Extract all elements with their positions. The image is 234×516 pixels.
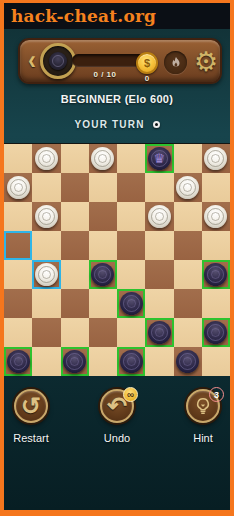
hint-count-badge: 3 [209,387,224,402]
restart-icon: ↺ [21,394,41,418]
board-cell-g8[interactable] [174,144,202,173]
black-piece[interactable] [204,321,227,344]
board-cell-h7[interactable] [202,173,230,202]
board-cell-c6[interactable] [61,202,89,231]
white-piece[interactable] [176,176,199,199]
board-cell-c3[interactable] [61,289,89,318]
board-cell-c7[interactable] [61,173,89,202]
watermark-text: hack-cheat.org [4,6,156,26]
board-cell-h1[interactable] [202,347,230,376]
level-progress-label: 0 / 10 [64,70,146,79]
white-piece[interactable] [7,176,30,199]
board-cell-d5[interactable] [89,231,117,260]
black-piece[interactable] [120,292,143,315]
white-piece[interactable] [204,147,227,170]
black-piece[interactable] [120,350,143,373]
bottom-controls: ↺ Restart ↶ ∞ Undo 3 [4,389,230,444]
board-cell-e6[interactable] [117,202,145,231]
board-cell-g4[interactable] [174,260,202,289]
board-cell-b2[interactable] [32,318,60,347]
board-cell-d6[interactable] [89,202,117,231]
difficulty-label: BEGINNER (Elo 600) [4,93,230,105]
white-piece[interactable] [148,205,171,228]
board-cell-a5[interactable] [4,231,32,260]
hint-button[interactable]: 3 [186,389,220,423]
gear-icon: ⚙ [194,47,218,77]
board-cell-e2[interactable] [117,318,145,347]
white-piece[interactable] [35,147,58,170]
board-cell-f1[interactable] [145,347,173,376]
coin-count: 0 [136,74,158,83]
board-cell-e1[interactable] [117,347,145,376]
black-king-piece[interactable]: ♛ [148,147,171,170]
board-cell-e5[interactable] [117,231,145,260]
board-cell-f8[interactable]: ♛ [145,144,173,173]
back-chevron-icon: ‹ [28,44,36,75]
watermark-banner: hack-cheat.org [4,3,230,29]
board-cell-a7[interactable] [4,173,32,202]
board-cell-f5[interactable] [145,231,173,260]
board-cell-h8[interactable] [202,144,230,173]
checkers-board: ♛ [4,143,230,375]
dollar-icon: $ [144,57,150,69]
restart-control: ↺ Restart [6,389,56,444]
hint-control: 3 Hint [178,389,228,444]
black-piece[interactable] [63,350,86,373]
board-cell-c8[interactable] [61,144,89,173]
board-cell-c4[interactable] [61,260,89,289]
undo-button[interactable]: ↶ ∞ [100,389,134,423]
game-background: ‹ 0 / 10 $ 0 ⚙ BEGINNER (Elo 600) [4,29,230,510]
board-cell-h4[interactable] [202,260,230,289]
board-cell-b6[interactable] [32,202,60,231]
board-cell-d1[interactable] [89,347,117,376]
app-screen: hack-cheat.org ‹ 0 / 10 $ 0 ⚙ [0,0,234,516]
flame-icon [170,56,182,70]
streak-button[interactable] [164,51,187,74]
board-cell-f7[interactable] [145,173,173,202]
back-button[interactable]: ‹ [23,45,41,77]
board-cell-c1[interactable] [61,347,89,376]
black-piece[interactable] [148,321,171,344]
board-cell-f3[interactable] [145,289,173,318]
black-piece[interactable] [204,263,227,286]
restart-label: Restart [13,432,48,444]
board-cell-g5[interactable] [174,231,202,260]
board-cell-a8[interactable] [4,144,32,173]
white-piece[interactable] [35,263,58,286]
board-cell-f2[interactable] [145,318,173,347]
white-piece[interactable] [204,205,227,228]
undo-label: Undo [104,432,130,444]
board-cell-b3[interactable] [32,289,60,318]
black-checker-icon [49,52,67,70]
board-cell-h2[interactable] [202,318,230,347]
board-cell-d2[interactable] [89,318,117,347]
king-crown-icon: ♛ [148,148,171,169]
board-cell-g3[interactable] [174,289,202,318]
board-cell-a2[interactable] [4,318,32,347]
black-piece[interactable] [176,350,199,373]
board-cell-f6[interactable] [145,202,173,231]
turn-indicator: YOUR TURN [4,118,230,131]
black-piece[interactable] [91,263,114,286]
board-cell-f4[interactable] [145,260,173,289]
hint-label: Hint [193,432,213,444]
board-cell-h6[interactable] [202,202,230,231]
board-cell-a1[interactable] [4,347,32,376]
board-cell-b8[interactable] [32,144,60,173]
restart-button[interactable]: ↺ [14,389,48,423]
black-piece[interactable] [7,350,30,373]
undo-count-badge: ∞ [123,387,138,402]
board-cell-e7[interactable] [117,173,145,202]
board-cell-e8[interactable] [117,144,145,173]
board-cell-g2[interactable] [174,318,202,347]
coin-icon[interactable]: $ [136,52,158,74]
turn-piece-icon [153,121,160,128]
board-cell-b7[interactable] [32,173,60,202]
board-cell-b1[interactable] [32,347,60,376]
undo-control: ↶ ∞ Undo [92,389,142,444]
board-cell-c2[interactable] [61,318,89,347]
board-cell-g6[interactable] [174,202,202,231]
board-cell-d7[interactable] [89,173,117,202]
turn-label: YOUR TURN [74,119,144,130]
board-cell-e4[interactable] [117,260,145,289]
board-cell-g7[interactable] [174,173,202,202]
white-piece[interactable] [91,147,114,170]
board-cell-d8[interactable] [89,144,117,173]
white-piece[interactable] [35,205,58,228]
board-cell-h3[interactable] [202,289,230,318]
board-cell-d4[interactable] [89,260,117,289]
board-cell-g1[interactable] [174,347,202,376]
board-cell-d3[interactable] [89,289,117,318]
board-cell-c5[interactable] [61,231,89,260]
board-cell-a3[interactable] [4,289,32,318]
board-cell-b4[interactable] [32,260,60,289]
board-cell-a6[interactable] [4,202,32,231]
board-cell-b5[interactable] [32,231,60,260]
board-cell-e3[interactable] [117,289,145,318]
board-cell-a4[interactable] [4,260,32,289]
top-toolbar: ‹ 0 / 10 $ 0 ⚙ [18,38,222,84]
settings-button[interactable]: ⚙ [190,46,222,78]
board-cell-h5[interactable] [202,231,230,260]
